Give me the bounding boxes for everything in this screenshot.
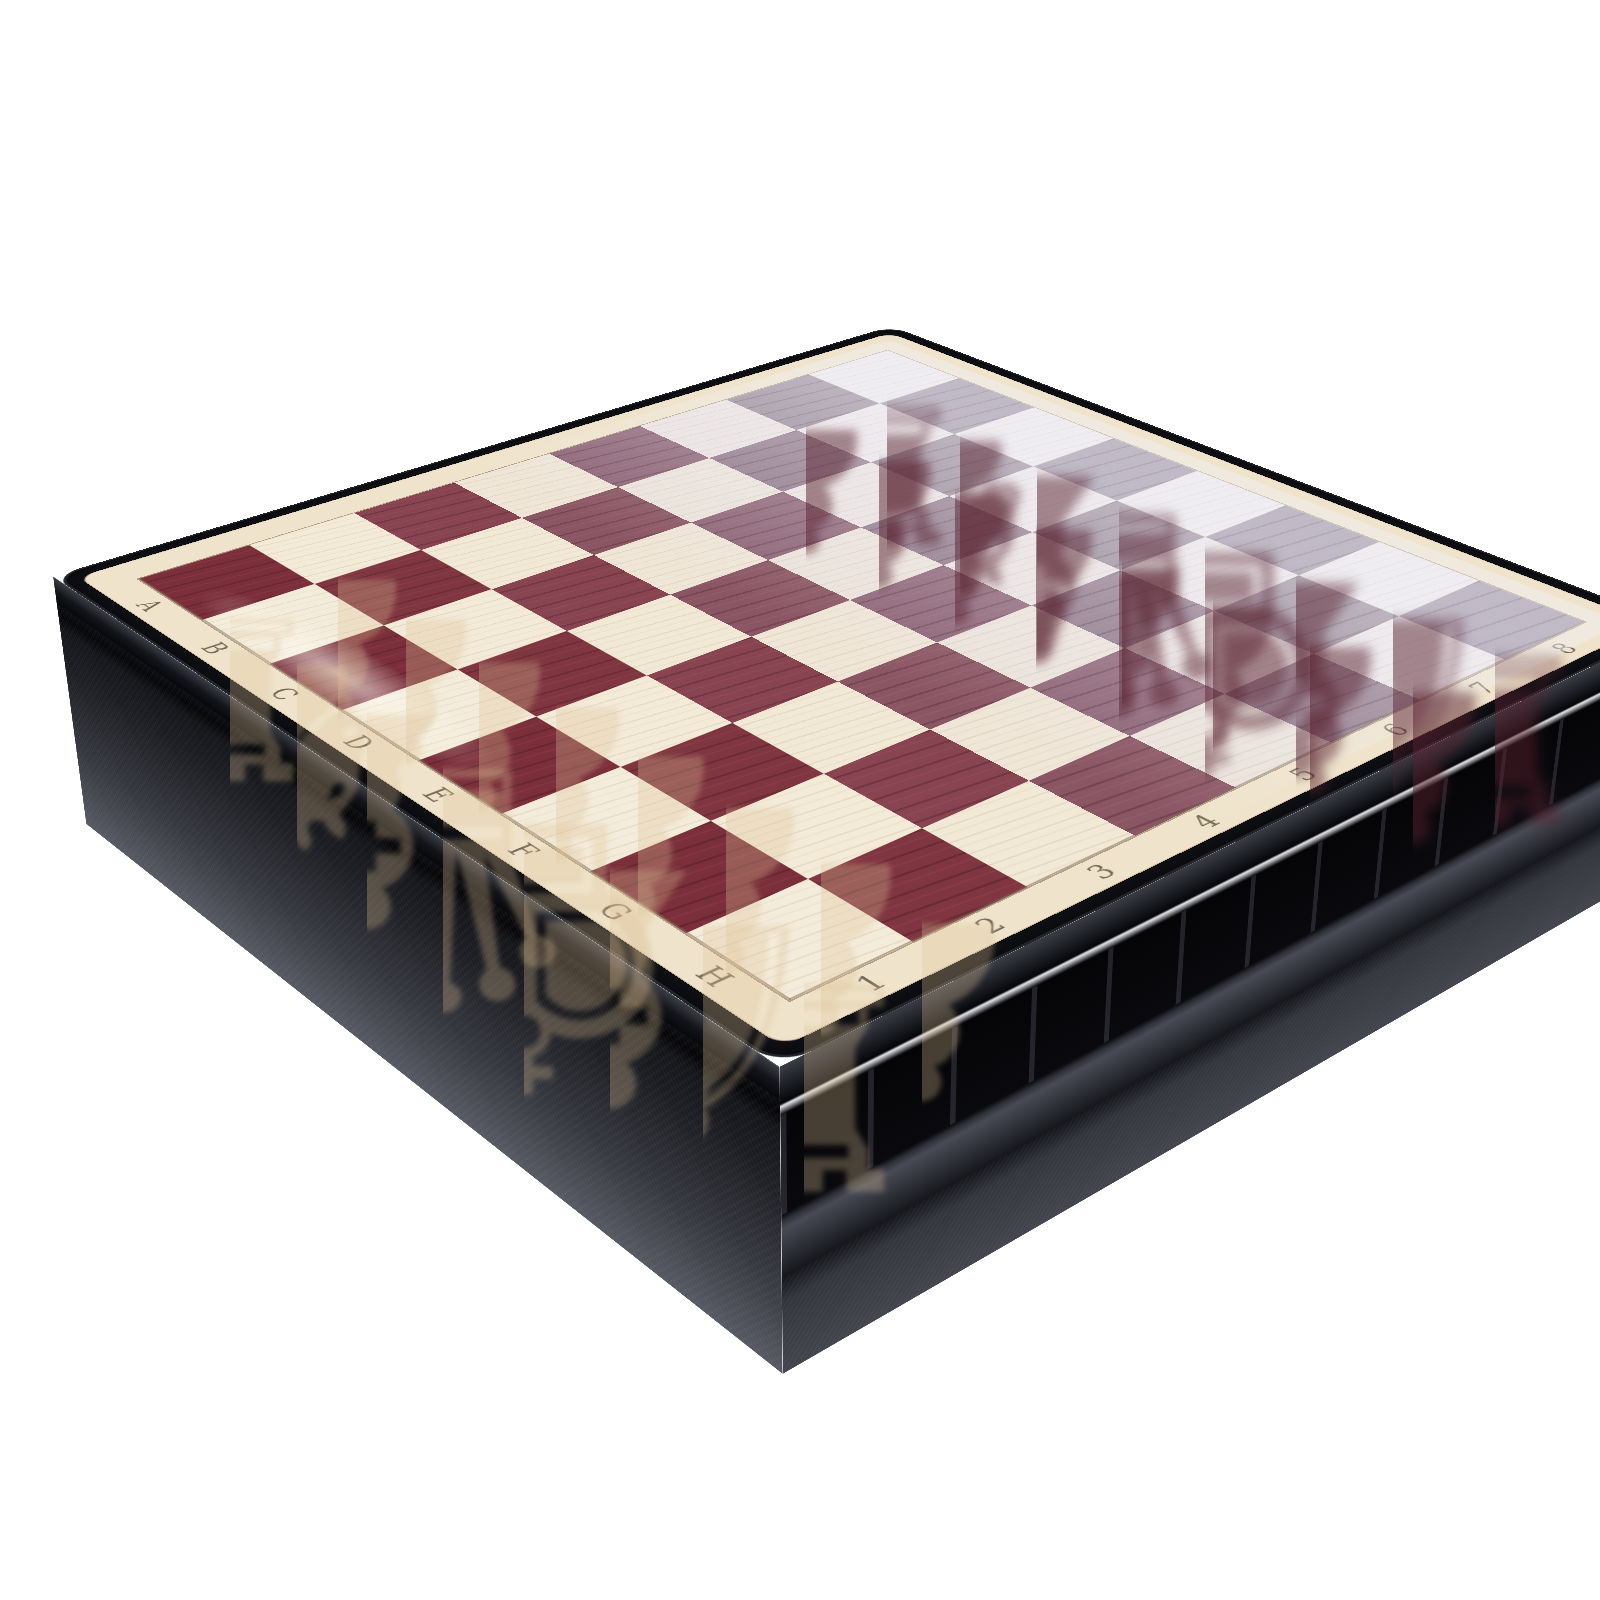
chess-case-lid: ♜♜♞♞♝♝♛♛♚♚♝♝♞♞♜♜♟♟♟♟♟♟♟♟♟♟♟♟♟♟♟♟♟♟♟♟♟♟♟♟… [53,326,1600,1067]
square-f6 [1031,570,1214,648]
white-rook-icon: ♜ [677,657,931,941]
black-pawn-icon: ♟ [1320,451,1507,660]
square-h7: ♟♟ [1314,616,1505,700]
chess-set-photo: ♜♜♞♞♝♝♛♛♚♚♝♝♞♞♜♜♟♟♟♟♟♟♟♟♟♟♟♟♟♟♟♟♟♟♟♟♟♟♟♟… [0,0,1600,1600]
